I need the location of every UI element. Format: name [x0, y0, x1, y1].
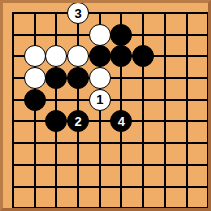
white-stone: [24, 45, 46, 67]
intersection-c8-r2: [176, 46, 198, 68]
white-stone: [89, 24, 111, 46]
intersection-c9-r5: [197, 111, 211, 133]
intersection-c2-r7: [46, 154, 68, 176]
intersection-c1-r9: [24, 197, 46, 211]
black-stone-move-4: 4: [110, 110, 132, 132]
intersection-c4-r9: [89, 197, 111, 211]
white-stone: [89, 67, 111, 89]
intersection-c7-r8: [154, 176, 176, 198]
intersection-c9-r3: [197, 67, 211, 89]
white-stone: [67, 45, 89, 67]
intersection-c2-r3: [46, 67, 68, 89]
intersection-c2-r2: [46, 46, 68, 68]
intersection-c4-r3: [89, 67, 111, 89]
white-stone-move-3: 3: [67, 2, 89, 24]
intersection-c4-r8: [89, 176, 111, 198]
intersection-c3-r4: [67, 89, 89, 111]
intersection-c5-r2: [111, 46, 133, 68]
intersection-c6-r9: [132, 197, 154, 211]
intersection-c5-r3: [111, 67, 133, 89]
intersection-c8-r6: [176, 132, 198, 154]
intersection-c3-r5: 2: [67, 111, 89, 133]
black-stone: [45, 67, 67, 89]
intersection-c4-r4: 1: [89, 89, 111, 111]
intersection-c1-r7: [24, 154, 46, 176]
intersection-c8-r8: [176, 176, 198, 198]
intersection-c7-r6: [154, 132, 176, 154]
intersection-c9-r0: [197, 2, 211, 24]
white-stone: [45, 45, 67, 67]
intersection-c9-r2: [197, 46, 211, 68]
intersection-c8-r1: [176, 24, 198, 46]
intersection-c8-r0: [176, 2, 198, 24]
intersection-c3-r0: 3: [67, 2, 89, 24]
intersection-c0-r0: [2, 2, 24, 24]
intersection-c6-r6: [132, 132, 154, 154]
intersection-c0-r3: [2, 67, 24, 89]
black-stone: [132, 45, 154, 67]
intersection-c4-r5: [89, 111, 111, 133]
intersection-c2-r0: [46, 2, 68, 24]
intersection-c0-r9: [2, 197, 24, 211]
intersection-c4-r1: [89, 24, 111, 46]
intersection-c6-r7: [132, 154, 154, 176]
intersection-c6-r4: [132, 89, 154, 111]
intersection-c9-r4: [197, 89, 211, 111]
black-stone: [89, 45, 111, 67]
white-stone-move-1: 1: [89, 89, 111, 111]
intersection-c1-r8: [24, 176, 46, 198]
black-stone: [67, 67, 89, 89]
intersection-c5-r5: 4: [111, 111, 133, 133]
intersection-c5-r4: [111, 89, 133, 111]
intersection-c4-r0: [89, 2, 111, 24]
intersection-c2-r9: [46, 197, 68, 211]
intersection-c7-r1: [154, 24, 176, 46]
intersection-c0-r4: [2, 89, 24, 111]
intersection-c1-r0: [24, 2, 46, 24]
intersection-c5-r9: [111, 197, 133, 211]
intersection-c7-r0: [154, 2, 176, 24]
intersection-c1-r6: [24, 132, 46, 154]
intersection-c8-r3: [176, 67, 198, 89]
move-number-label: 4: [118, 115, 125, 128]
intersection-c6-r3: [132, 67, 154, 89]
move-number-label: 3: [74, 7, 81, 20]
intersection-c8-r4: [176, 89, 198, 111]
intersection-c6-r0: [132, 2, 154, 24]
intersection-c5-r1: [111, 24, 133, 46]
intersection-c9-r1: [197, 24, 211, 46]
intersection-c3-r3: [67, 67, 89, 89]
intersection-c9-r9: [197, 197, 211, 211]
intersection-c7-r2: [154, 46, 176, 68]
intersection-c1-r5: [24, 111, 46, 133]
black-stone: [45, 110, 67, 132]
intersection-c6-r8: [132, 176, 154, 198]
intersection-c8-r5: [176, 111, 198, 133]
intersection-c6-r2: [132, 46, 154, 68]
intersection-c2-r6: [46, 132, 68, 154]
intersection-c7-r4: [154, 89, 176, 111]
intersection-c5-r7: [111, 154, 133, 176]
intersection-c2-r4: [46, 89, 68, 111]
intersection-c3-r9: [67, 197, 89, 211]
intersection-c6-r1: [132, 24, 154, 46]
black-stone-move-2: 2: [67, 110, 89, 132]
intersection-c1-r4: [24, 89, 46, 111]
intersection-c1-r2: [24, 46, 46, 68]
intersection-c3-r1: [67, 24, 89, 46]
black-stone: [110, 24, 132, 46]
intersection-c2-r5: [46, 111, 68, 133]
intersection-c3-r7: [67, 154, 89, 176]
intersection-c3-r6: [67, 132, 89, 154]
intersection-c1-r1: [24, 24, 46, 46]
intersection-c9-r6: [197, 132, 211, 154]
intersection-c4-r7: [89, 154, 111, 176]
intersection-c5-r6: [111, 132, 133, 154]
intersection-c2-r8: [46, 176, 68, 198]
intersection-c7-r3: [154, 67, 176, 89]
intersection-c0-r2: [2, 46, 24, 68]
go-board-frame: 3124: [0, 0, 211, 211]
black-stone: [24, 89, 46, 111]
intersection-c6-r5: [132, 111, 154, 133]
black-stone: [110, 45, 132, 67]
intersection-c1-r3: [24, 67, 46, 89]
move-number-label: 1: [96, 93, 103, 106]
intersection-c9-r7: [197, 154, 211, 176]
white-stone: [24, 67, 46, 89]
intersection-c0-r8: [2, 176, 24, 198]
intersection-c4-r2: [89, 46, 111, 68]
intersection-c3-r2: [67, 46, 89, 68]
intersection-c0-r1: [2, 24, 24, 46]
intersection-c8-r7: [176, 154, 198, 176]
intersection-c7-r9: [154, 197, 176, 211]
intersection-c2-r1: [46, 24, 68, 46]
intersection-c0-r6: [2, 132, 24, 154]
intersection-c0-r7: [2, 154, 24, 176]
go-grid: 3124: [2, 2, 211, 211]
intersection-c9-r8: [197, 176, 211, 198]
intersection-c0-r5: [2, 111, 24, 133]
move-number-label: 2: [74, 115, 81, 128]
intersection-c3-r8: [67, 176, 89, 198]
intersection-c8-r9: [176, 197, 198, 211]
intersection-c5-r0: [111, 2, 133, 24]
intersection-c7-r7: [154, 154, 176, 176]
intersection-c7-r5: [154, 111, 176, 133]
intersection-c5-r8: [111, 176, 133, 198]
intersection-c4-r6: [89, 132, 111, 154]
